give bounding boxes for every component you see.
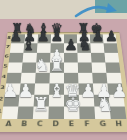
piece-white-knight-g1[interactable]: ♞ xyxy=(96,95,113,114)
file-label-d: D xyxy=(48,119,64,130)
piece-black-pawn-c7[interactable]: ♟ xyxy=(37,29,50,43)
piece-white-knight-c4[interactable]: ♞ xyxy=(35,58,50,75)
frame-right-edge xyxy=(119,62,125,72)
square-g5[interactable] xyxy=(91,62,106,72)
square-c7[interactable] xyxy=(36,43,50,52)
piece-white-pawn-f2[interactable]: ♟ xyxy=(80,82,96,100)
piece-black-bishop-b6[interactable]: ♝ xyxy=(22,38,36,53)
square-a5[interactable] xyxy=(7,62,22,72)
file-label-c: C xyxy=(32,119,48,130)
square-d1[interactable] xyxy=(48,107,64,119)
piece-white-rook-d4[interactable]: ♜ xyxy=(49,58,64,75)
frame-right-edge xyxy=(124,107,127,119)
file-label-g: G xyxy=(95,119,112,130)
square-f6[interactable] xyxy=(77,53,91,63)
chess-app-screen: { "game": "chess", "scene": { "descripti… xyxy=(0,0,127,140)
piece-white-king-e1[interactable]: ♚ xyxy=(64,95,81,114)
piece-white-bishop-d2[interactable]: ♝ xyxy=(49,82,65,100)
square-a6[interactable] xyxy=(8,53,23,63)
piece-black-pawn-h7[interactable]: ♟ xyxy=(105,29,118,43)
frame-right-edge xyxy=(116,43,122,52)
piece-white-pawn-h2[interactable]: ♟ xyxy=(111,82,127,100)
piece-black-pawn-a7[interactable]: ♟ xyxy=(10,29,23,43)
square-h6[interactable] xyxy=(104,53,119,63)
square-f5[interactable] xyxy=(77,62,91,72)
piece-white-rook-c1[interactable]: ♜ xyxy=(32,95,49,114)
file-label-b: B xyxy=(16,119,33,130)
file-label-f: F xyxy=(79,119,95,130)
square-b5[interactable] xyxy=(21,62,36,72)
square-h7[interactable] xyxy=(103,43,117,52)
piece-white-pawn-b2[interactable]: ♟ xyxy=(18,82,34,100)
square-a1[interactable] xyxy=(1,107,18,119)
piece-black-pawn-g7[interactable]: ♟ xyxy=(91,29,104,43)
square-h5[interactable] xyxy=(105,62,120,72)
square-e5[interactable] xyxy=(64,62,78,72)
piece-black-pawn-d7[interactable]: ♟ xyxy=(50,29,63,43)
piece-black-knight-f6[interactable]: ♞ xyxy=(78,38,92,53)
file-label-h: H xyxy=(110,119,127,130)
square-b1[interactable] xyxy=(17,107,33,119)
piece-black-pawn-e6[interactable]: ♟ xyxy=(64,38,78,53)
piece-white-pawn-a2[interactable]: ♟ xyxy=(2,82,18,100)
file-label-a: A xyxy=(0,119,17,130)
file-label-e: E xyxy=(64,119,80,130)
frame-right-edge xyxy=(118,53,124,63)
file-label-strip: ABCDEFGH xyxy=(0,119,127,130)
square-g6[interactable] xyxy=(91,53,105,63)
background-top-right-patch xyxy=(95,0,127,13)
square-e6[interactable] xyxy=(64,53,78,63)
